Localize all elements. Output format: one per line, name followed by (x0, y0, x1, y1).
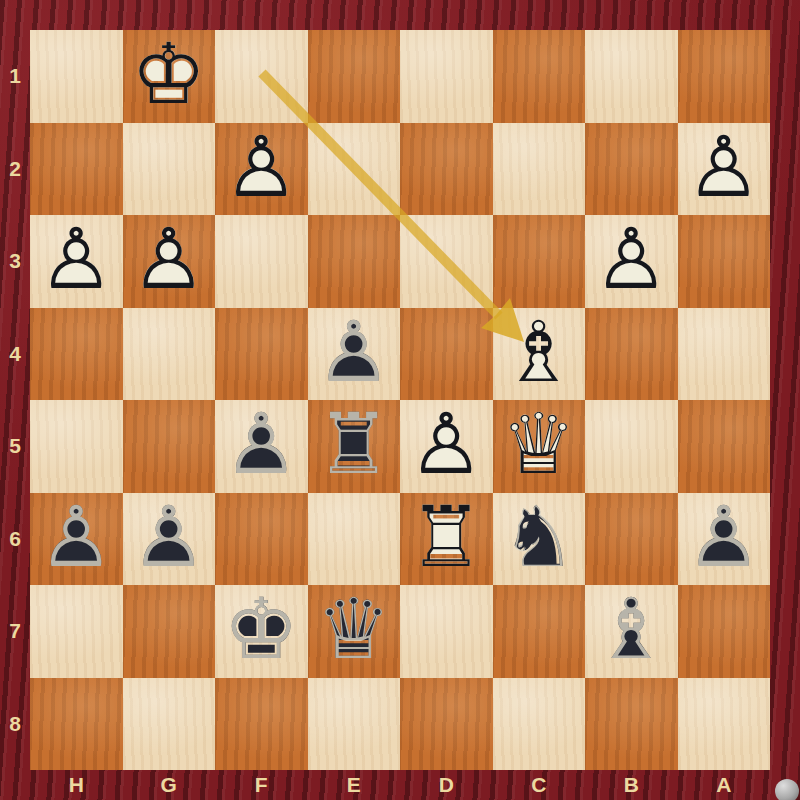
white-pawn-g3: ♟♙ (123, 215, 216, 308)
square-h1 (30, 30, 123, 123)
rank-label-5: 5 (0, 400, 30, 493)
square-b1 (585, 30, 678, 123)
square-f3 (215, 215, 308, 308)
square-f6 (215, 493, 308, 586)
file-label-b: B (585, 770, 678, 800)
square-g7 (123, 585, 216, 678)
rank-label-3: 3 (0, 215, 30, 308)
white-pawn-f2: ♟♙ (215, 123, 308, 216)
rank-label-4: 4 (0, 308, 30, 401)
square-e6 (308, 493, 401, 586)
white-pawn-h3: ♟♙ (30, 215, 123, 308)
square-g1: ♚♔ (123, 30, 216, 123)
square-f5: ♟♙ (215, 400, 308, 493)
board: ♚♔♟♙♟♙♟♙♟♙♟♙♟♙♝♗♟♙♜♖♟♙♛♕♟♙♟♙♜♖♞♘♟♙♚♔♛♕♝♗ (30, 30, 770, 770)
square-e5: ♜♖ (308, 400, 401, 493)
square-e2 (308, 123, 401, 216)
square-a1 (678, 30, 771, 123)
white-rook-d6: ♜♖ (400, 493, 493, 586)
square-f7: ♚♔ (215, 585, 308, 678)
rank-label-2: 2 (0, 123, 30, 216)
square-h8 (30, 678, 123, 771)
black-pawn-e4: ♟♙ (308, 308, 401, 401)
square-a6: ♟♙ (678, 493, 771, 586)
square-g8 (123, 678, 216, 771)
black-knight-c6: ♞♘ (493, 493, 586, 586)
file-label-a: A (678, 770, 771, 800)
black-rook-e5: ♜♖ (308, 400, 401, 493)
black-pawn-g6: ♟♙ (123, 493, 216, 586)
rank-label-6: 6 (0, 493, 30, 586)
square-e8 (308, 678, 401, 771)
white-queen-c5: ♛♕ (493, 400, 586, 493)
square-g4 (123, 308, 216, 401)
square-b8 (585, 678, 678, 771)
white-pawn-b3: ♟♙ (585, 215, 678, 308)
square-h4 (30, 308, 123, 401)
rank-labels: 12345678 (0, 30, 30, 770)
square-c8 (493, 678, 586, 771)
square-d6: ♜♖ (400, 493, 493, 586)
square-d4 (400, 308, 493, 401)
square-g6: ♟♙ (123, 493, 216, 586)
file-label-f: F (215, 770, 308, 800)
square-c5: ♛♕ (493, 400, 586, 493)
square-h2 (30, 123, 123, 216)
square-d2 (400, 123, 493, 216)
square-e4: ♟♙ (308, 308, 401, 401)
square-a2: ♟♙ (678, 123, 771, 216)
square-d8 (400, 678, 493, 771)
square-b7: ♝♗ (585, 585, 678, 678)
square-a7 (678, 585, 771, 678)
square-g2 (123, 123, 216, 216)
square-f1 (215, 30, 308, 123)
rank-label-7: 7 (0, 585, 30, 678)
file-label-e: E (308, 770, 401, 800)
square-b2 (585, 123, 678, 216)
square-d1 (400, 30, 493, 123)
square-e7: ♛♕ (308, 585, 401, 678)
square-b4 (585, 308, 678, 401)
square-d7 (400, 585, 493, 678)
watermark-ball-icon (775, 779, 799, 800)
square-b5 (585, 400, 678, 493)
square-c1 (493, 30, 586, 123)
square-c2 (493, 123, 586, 216)
file-label-d: D (400, 770, 493, 800)
square-g5 (123, 400, 216, 493)
square-c6: ♞♘ (493, 493, 586, 586)
square-h6: ♟♙ (30, 493, 123, 586)
square-h3: ♟♙ (30, 215, 123, 308)
square-c4: ♝♗ (493, 308, 586, 401)
square-g3: ♟♙ (123, 215, 216, 308)
black-bishop-b7: ♝♗ (585, 585, 678, 678)
square-c3 (493, 215, 586, 308)
white-bishop-c4: ♝♗ (493, 308, 586, 401)
rank-label-1: 1 (0, 30, 30, 123)
square-a3 (678, 215, 771, 308)
square-d5: ♟♙ (400, 400, 493, 493)
square-b3: ♟♙ (585, 215, 678, 308)
white-pawn-d5: ♟♙ (400, 400, 493, 493)
square-b6 (585, 493, 678, 586)
black-pawn-f5: ♟♙ (215, 400, 308, 493)
square-d3 (400, 215, 493, 308)
square-a8 (678, 678, 771, 771)
black-pawn-h6: ♟♙ (30, 493, 123, 586)
black-king-f7: ♚♔ (215, 585, 308, 678)
square-h7 (30, 585, 123, 678)
white-king-g1: ♚♔ (123, 30, 216, 123)
square-e1 (308, 30, 401, 123)
white-pawn-a2: ♟♙ (678, 123, 771, 216)
rank-label-8: 8 (0, 678, 30, 771)
black-pawn-a6: ♟♙ (678, 493, 771, 586)
file-label-c: C (493, 770, 586, 800)
square-c7 (493, 585, 586, 678)
file-labels: HGFEDCBA (30, 770, 770, 800)
square-a5 (678, 400, 771, 493)
black-queen-e7: ♛♕ (308, 585, 401, 678)
file-label-g: G (123, 770, 216, 800)
square-f2: ♟♙ (215, 123, 308, 216)
chessboard-frame: 12345678 ♚♔♟♙♟♙♟♙♟♙♟♙♟♙♝♗♟♙♜♖♟♙♛♕♟♙♟♙♜♖♞… (0, 0, 800, 800)
file-label-h: H (30, 770, 123, 800)
square-e3 (308, 215, 401, 308)
square-f4 (215, 308, 308, 401)
square-f8 (215, 678, 308, 771)
square-a4 (678, 308, 771, 401)
square-h5 (30, 400, 123, 493)
